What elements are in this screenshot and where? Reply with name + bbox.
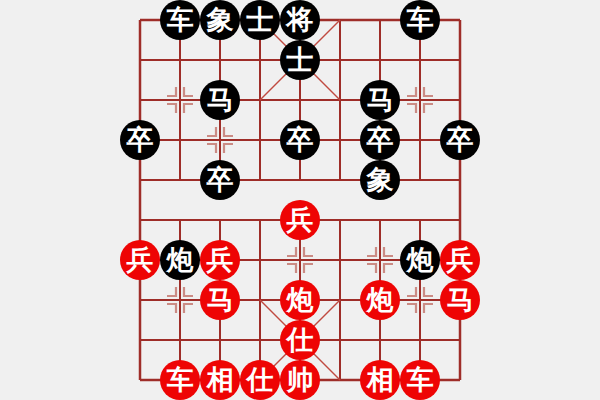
red-elephant[interactable]: 相 (200, 360, 240, 400)
point-9-5[interactable] (320, 360, 360, 400)
point-4-3[interactable] (240, 160, 280, 200)
point-5-3[interactable] (240, 200, 280, 240)
black-chariot[interactable]: 车 (160, 0, 200, 40)
point-7-3[interactable] (240, 280, 280, 320)
point-1-6[interactable] (360, 40, 400, 80)
point-3-0[interactable]: 卒 (120, 120, 160, 160)
point-3-8[interactable]: 卒 (440, 120, 480, 160)
point-0-8[interactable] (440, 0, 480, 40)
point-0-7[interactable]: 车 (400, 0, 440, 40)
point-7-1[interactable] (160, 280, 200, 320)
point-2-7[interactable] (400, 80, 440, 120)
black-soldier[interactable]: 卒 (200, 160, 240, 200)
point-9-7[interactable]: 车 (400, 360, 440, 400)
point-8-5[interactable] (320, 320, 360, 360)
point-4-6[interactable]: 象 (360, 160, 400, 200)
point-9-6[interactable]: 相 (360, 360, 400, 400)
red-horse[interactable]: 马 (440, 280, 480, 320)
red-general[interactable]: 帅 (280, 360, 320, 400)
point-5-8[interactable] (440, 200, 480, 240)
point-7-0[interactable] (120, 280, 160, 320)
red-advisor[interactable]: 仕 (280, 320, 320, 360)
point-2-4[interactable] (280, 80, 320, 120)
point-2-8[interactable] (440, 80, 480, 120)
point-5-6[interactable] (360, 200, 400, 240)
point-8-6[interactable] (360, 320, 400, 360)
point-1-2[interactable] (200, 40, 240, 80)
point-6-5[interactable] (320, 240, 360, 280)
xiangqi-board: 车象士将车士马马卒卒卒卒卒象兵兵炮兵炮兵马炮炮马仕车相仕帅相车 (120, 0, 480, 400)
black-elephant[interactable]: 象 (360, 160, 400, 200)
point-8-7[interactable] (400, 320, 440, 360)
point-2-6[interactable]: 马 (360, 80, 400, 120)
red-chariot[interactable]: 车 (160, 360, 200, 400)
point-0-2[interactable]: 象 (200, 0, 240, 40)
red-soldier[interactable]: 兵 (280, 200, 320, 240)
point-8-1[interactable] (160, 320, 200, 360)
point-4-8[interactable] (440, 160, 480, 200)
point-6-4[interactable] (280, 240, 320, 280)
red-elephant[interactable]: 相 (360, 360, 400, 400)
point-3-6[interactable]: 卒 (360, 120, 400, 160)
black-soldier[interactable]: 卒 (280, 120, 320, 160)
point-2-1[interactable] (160, 80, 200, 120)
point-5-5[interactable] (320, 200, 360, 240)
point-1-4[interactable]: 士 (280, 40, 320, 80)
red-advisor[interactable]: 仕 (240, 360, 280, 400)
point-5-4[interactable]: 兵 (280, 200, 320, 240)
point-3-2[interactable] (200, 120, 240, 160)
point-4-4[interactable] (280, 160, 320, 200)
point-4-5[interactable] (320, 160, 360, 200)
black-soldier[interactable]: 卒 (440, 120, 480, 160)
point-9-8[interactable] (440, 360, 480, 400)
point-0-6[interactable] (360, 0, 400, 40)
point-5-0[interactable] (120, 200, 160, 240)
point-3-5[interactable] (320, 120, 360, 160)
red-horse[interactable]: 马 (200, 280, 240, 320)
black-advisor[interactable]: 士 (240, 0, 280, 40)
red-chariot[interactable]: 车 (400, 360, 440, 400)
black-horse[interactable]: 马 (360, 80, 400, 120)
point-1-1[interactable] (160, 40, 200, 80)
red-cannon[interactable]: 炮 (360, 280, 400, 320)
point-4-2[interactable]: 卒 (200, 160, 240, 200)
point-4-7[interactable] (400, 160, 440, 200)
point-1-3[interactable] (240, 40, 280, 80)
point-7-4[interactable]: 炮 (280, 280, 320, 320)
point-0-0[interactable] (120, 0, 160, 40)
point-6-7[interactable]: 炮 (400, 240, 440, 280)
point-8-8[interactable] (440, 320, 480, 360)
point-6-8[interactable]: 兵 (440, 240, 480, 280)
point-3-7[interactable] (400, 120, 440, 160)
black-cannon[interactable]: 炮 (400, 240, 440, 280)
point-3-3[interactable] (240, 120, 280, 160)
point-7-5[interactable] (320, 280, 360, 320)
point-6-6[interactable] (360, 240, 400, 280)
point-6-2[interactable]: 兵 (200, 240, 240, 280)
point-9-3[interactable]: 仕 (240, 360, 280, 400)
point-1-5[interactable] (320, 40, 360, 80)
point-9-4[interactable]: 帅 (280, 360, 320, 400)
black-soldier[interactable]: 卒 (120, 120, 160, 160)
point-2-2[interactable]: 马 (200, 80, 240, 120)
black-chariot[interactable]: 车 (400, 0, 440, 40)
point-4-0[interactable] (120, 160, 160, 200)
point-5-2[interactable] (200, 200, 240, 240)
black-soldier[interactable]: 卒 (360, 120, 400, 160)
point-0-4[interactable]: 将 (280, 0, 320, 40)
black-cannon[interactable]: 炮 (160, 240, 200, 280)
point-1-0[interactable] (120, 40, 160, 80)
point-0-5[interactable] (320, 0, 360, 40)
point-6-0[interactable]: 兵 (120, 240, 160, 280)
point-4-1[interactable] (160, 160, 200, 200)
point-3-1[interactable] (160, 120, 200, 160)
point-0-3[interactable]: 士 (240, 0, 280, 40)
point-6-1[interactable]: 炮 (160, 240, 200, 280)
point-9-0[interactable] (120, 360, 160, 400)
point-3-4[interactable]: 卒 (280, 120, 320, 160)
point-9-2[interactable]: 相 (200, 360, 240, 400)
red-cannon[interactable]: 炮 (280, 280, 320, 320)
point-8-3[interactable] (240, 320, 280, 360)
red-soldier[interactable]: 兵 (440, 240, 480, 280)
point-5-7[interactable] (400, 200, 440, 240)
point-7-8[interactable]: 马 (440, 280, 480, 320)
point-2-0[interactable] (120, 80, 160, 120)
point-2-5[interactable] (320, 80, 360, 120)
point-7-6[interactable]: 炮 (360, 280, 400, 320)
point-1-8[interactable] (440, 40, 480, 80)
point-1-7[interactable] (400, 40, 440, 80)
point-5-1[interactable] (160, 200, 200, 240)
point-7-7[interactable] (400, 280, 440, 320)
point-6-3[interactable] (240, 240, 280, 280)
point-2-3[interactable] (240, 80, 280, 120)
black-advisor[interactable]: 士 (280, 40, 320, 80)
point-9-1[interactable]: 车 (160, 360, 200, 400)
red-soldier[interactable]: 兵 (200, 240, 240, 280)
black-elephant[interactable]: 象 (200, 0, 240, 40)
black-general[interactable]: 将 (280, 0, 320, 40)
red-soldier[interactable]: 兵 (120, 240, 160, 280)
point-8-2[interactable] (200, 320, 240, 360)
xiangqi-app: 车象士将车士马马卒卒卒卒卒象兵兵炮兵炮兵马炮炮马仕车相仕帅相车 (0, 0, 600, 400)
point-8-4[interactable]: 仕 (280, 320, 320, 360)
point-0-1[interactable]: 车 (160, 0, 200, 40)
black-horse[interactable]: 马 (200, 80, 240, 120)
point-7-2[interactable]: 马 (200, 280, 240, 320)
point-8-0[interactable] (120, 320, 160, 360)
